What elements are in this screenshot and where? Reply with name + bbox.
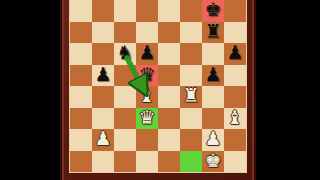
white-pawn-b2: ♟: [94, 129, 111, 148]
square-d3: ♛: [136, 108, 158, 130]
square-c5: [114, 65, 136, 87]
white-rook-f4: ♜: [182, 86, 199, 105]
square-h8: [224, 0, 246, 22]
white-pawn-g2: ♟: [204, 129, 221, 148]
square-b4: [92, 86, 114, 108]
square-a3: [70, 108, 92, 130]
square-h7: [224, 22, 246, 44]
square-f1: [180, 151, 202, 173]
square-g6: [202, 43, 224, 65]
square-c7: [114, 22, 136, 44]
square-a4: [70, 86, 92, 108]
black-pawn-b5: ♟: [94, 65, 111, 84]
square-f3: [180, 108, 202, 130]
square-g4: [202, 86, 224, 108]
square-f6: [180, 43, 202, 65]
square-d1: [136, 151, 158, 173]
white-bishop-d4: ♝: [138, 86, 155, 105]
square-c3: [114, 108, 136, 130]
square-g8: ♚: [202, 0, 224, 22]
square-c6: ♞: [114, 43, 136, 65]
square-g3: [202, 108, 224, 130]
square-g5: ♟: [202, 65, 224, 87]
square-b7: [92, 22, 114, 44]
square-e6: [158, 43, 180, 65]
square-b5: ♟: [92, 65, 114, 87]
square-b1: [92, 151, 114, 173]
video-frame: ♚♜♞♟♟♟♛♟♝♜♛♝♟♟♚: [0, 0, 320, 180]
square-h3: ♝: [224, 108, 246, 130]
square-e3: [158, 108, 180, 130]
square-d6: ♟: [136, 43, 158, 65]
square-e7: [158, 22, 180, 44]
square-d2: [136, 129, 158, 151]
square-d4: ♝: [136, 86, 158, 108]
square-h4: [224, 86, 246, 108]
square-g7: ♜: [202, 22, 224, 44]
square-h5: [224, 65, 246, 87]
square-d7: [136, 22, 158, 44]
white-queen-d3: ♛: [138, 108, 155, 127]
square-c8: [114, 0, 136, 22]
square-f2: [180, 129, 202, 151]
square-b8: [92, 0, 114, 22]
square-c2: [114, 129, 136, 151]
black-pawn-d6: ♟: [138, 43, 155, 62]
black-king-g8: ♚: [204, 0, 221, 19]
square-e8: [158, 0, 180, 22]
black-queen-d5: ♛: [138, 65, 155, 84]
square-a8: [70, 0, 92, 22]
square-b2: ♟: [92, 129, 114, 151]
square-f8: [180, 0, 202, 22]
square-a7: [70, 22, 92, 44]
black-knight-c6: ♞: [116, 43, 133, 62]
square-e1: [158, 151, 180, 173]
square-a5: [70, 65, 92, 87]
chess-board: ♚♜♞♟♟♟♛♟♝♜♛♝♟♟♚: [70, 0, 246, 172]
square-e5: [158, 65, 180, 87]
square-b3: [92, 108, 114, 130]
square-d5: ♛: [136, 65, 158, 87]
square-g1: ♚: [202, 151, 224, 173]
square-a1: [70, 151, 92, 173]
white-king-g1: ♚: [204, 151, 221, 170]
square-f5: [180, 65, 202, 87]
square-f7: [180, 22, 202, 44]
square-f4: ♜: [180, 86, 202, 108]
square-g2: ♟: [202, 129, 224, 151]
square-e4: [158, 86, 180, 108]
board-frame: ♚♜♞♟♟♟♛♟♝♜♛♝♟♟♚: [60, 0, 256, 180]
square-e2: [158, 129, 180, 151]
square-b6: [92, 43, 114, 65]
square-h2: [224, 129, 246, 151]
square-c4: [114, 86, 136, 108]
black-rook-g7: ♜: [204, 22, 221, 41]
square-a2: [70, 129, 92, 151]
square-d8: [136, 0, 158, 22]
black-pawn-h6: ♟: [226, 43, 243, 62]
square-h6: ♟: [224, 43, 246, 65]
white-bishop-h3: ♝: [226, 108, 243, 127]
black-pawn-g5: ♟: [204, 65, 221, 84]
square-h1: [224, 151, 246, 173]
square-a6: [70, 43, 92, 65]
square-c1: [114, 151, 136, 173]
